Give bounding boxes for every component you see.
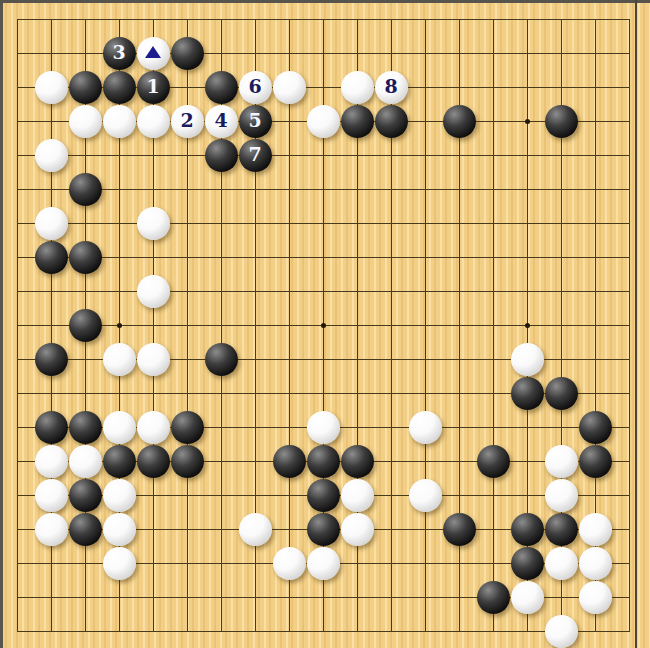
board-frame-left [0,0,3,648]
white-stone [35,71,68,104]
black-stone [307,445,340,478]
black-stone [307,479,340,512]
black-stone [103,445,136,478]
white-stone: 8 [375,71,408,104]
white-stone: 4 [205,105,238,138]
move-number-label: 7 [248,145,261,164]
black-stone [273,445,306,478]
move-number-label: 5 [248,111,261,130]
white-stone [103,105,136,138]
black-stone [443,105,476,138]
white-stone [307,411,340,444]
white-stone [579,513,612,546]
white-stone [69,105,102,138]
black-stone [511,513,544,546]
white-stone: 6 [239,71,272,104]
white-stone [35,513,68,546]
black-stone [205,71,238,104]
black-stone [511,377,544,410]
black-stone [35,241,68,274]
black-stone [341,445,374,478]
black-stone [477,581,510,614]
white-stone [35,139,68,172]
black-stone: 7 [239,139,272,172]
white-stone [579,581,612,614]
white-stone [103,513,136,546]
white-stone [103,547,136,580]
black-stone [69,309,102,342]
black-stone [307,513,340,546]
white-stone [341,513,374,546]
grid-line-vertical [425,19,426,632]
black-stone [171,445,204,478]
white-stone [137,37,170,70]
white-stone [137,411,170,444]
white-stone [341,71,374,104]
grid-line-vertical [493,19,494,632]
white-stone [137,105,170,138]
move-number-label: 2 [180,111,193,130]
white-stone [273,71,306,104]
white-stone [69,445,102,478]
white-stone [137,275,170,308]
white-stone [545,445,578,478]
white-stone [545,479,578,512]
go-board[interactable]: 31682457 [0,0,650,648]
black-stone [171,411,204,444]
white-stone [239,513,272,546]
white-stone [137,207,170,240]
grid-line-horizontal [17,631,630,632]
white-stone [103,411,136,444]
black-stone [341,105,374,138]
black-stone [511,547,544,580]
triangle-marker-icon [145,46,161,58]
black-stone [69,173,102,206]
black-stone [205,139,238,172]
black-stone [69,513,102,546]
move-number-label: 6 [248,77,261,96]
star-point [117,323,122,328]
black-stone [35,411,68,444]
move-number-label: 3 [112,43,125,62]
white-stone [579,547,612,580]
black-stone [69,479,102,512]
black-stone [545,513,578,546]
grid-line-vertical [629,19,630,632]
move-number-label: 8 [384,77,397,96]
board-frame-right [635,0,637,648]
white-stone [103,479,136,512]
black-stone [35,343,68,376]
black-stone [477,445,510,478]
black-stone: 3 [103,37,136,70]
star-point [525,119,530,124]
black-stone [69,241,102,274]
black-stone [171,37,204,70]
black-stone [103,71,136,104]
white-stone [409,411,442,444]
black-stone [205,343,238,376]
board-frame-top [0,0,650,3]
white-stone [103,343,136,376]
move-number-label: 4 [214,111,227,130]
white-stone [35,479,68,512]
black-stone [375,105,408,138]
star-point [525,323,530,328]
black-stone [69,411,102,444]
black-stone: 1 [137,71,170,104]
white-stone [545,615,578,648]
black-stone [579,411,612,444]
white-stone [307,547,340,580]
white-stone [307,105,340,138]
black-stone [545,105,578,138]
star-point [321,323,326,328]
black-stone [579,445,612,478]
black-stone [443,513,476,546]
black-stone [69,71,102,104]
white-stone [511,581,544,614]
white-stone [409,479,442,512]
white-stone [341,479,374,512]
white-stone [273,547,306,580]
white-stone [35,445,68,478]
black-stone [545,377,578,410]
white-stone: 2 [171,105,204,138]
white-stone [511,343,544,376]
move-number-label: 1 [146,77,159,96]
black-stone [137,445,170,478]
white-stone [545,547,578,580]
white-stone [35,207,68,240]
white-stone [137,343,170,376]
black-stone: 5 [239,105,272,138]
